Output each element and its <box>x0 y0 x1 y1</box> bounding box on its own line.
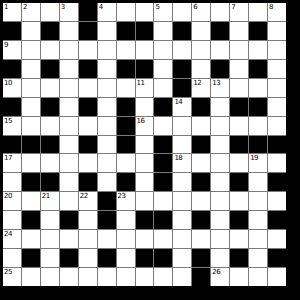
grid-cell[interactable]: 16 <box>136 117 154 135</box>
grid-cell[interactable] <box>136 3 154 21</box>
block-cell <box>154 98 172 116</box>
grid-cell[interactable] <box>230 117 248 135</box>
grid-cell[interactable] <box>211 154 229 172</box>
grid-cell[interactable] <box>268 192 286 210</box>
grid-cell[interactable] <box>211 3 229 21</box>
grid-cell[interactable]: 9 <box>3 41 21 59</box>
grid-cell[interactable] <box>60 98 78 116</box>
grid-cell[interactable] <box>98 22 116 40</box>
grid-cell[interactable] <box>173 173 191 191</box>
grid-cell[interactable] <box>60 173 78 191</box>
grid-cell[interactable] <box>173 3 191 21</box>
grid-cell[interactable] <box>60 22 78 40</box>
grid-cell[interactable]: 1 <box>3 3 21 21</box>
block-cell <box>154 154 172 172</box>
clue-number: 24 <box>4 230 12 238</box>
block-cell <box>41 60 59 78</box>
grid-cell[interactable] <box>117 154 135 172</box>
block-cell <box>117 136 135 154</box>
grid-cell[interactable] <box>3 211 21 229</box>
grid-cell[interactable] <box>117 3 135 21</box>
grid-cell[interactable] <box>117 41 135 59</box>
grid-cell[interactable] <box>230 192 248 210</box>
grid-cell[interactable] <box>98 268 116 286</box>
grid-cell[interactable] <box>22 98 40 116</box>
grid-cell[interactable] <box>192 117 210 135</box>
grid-cell[interactable] <box>136 268 154 286</box>
grid-cell[interactable] <box>173 136 191 154</box>
block-cell <box>192 268 210 286</box>
block-cell <box>22 211 40 229</box>
grid-cell[interactable]: 6 <box>192 3 210 21</box>
grid-cell[interactable] <box>211 173 229 191</box>
grid-cell[interactable] <box>173 117 191 135</box>
block-cell <box>117 98 135 116</box>
clue-number: 23 <box>118 192 126 200</box>
grid-cell[interactable] <box>60 136 78 154</box>
block-cell <box>3 98 21 116</box>
grid-cell[interactable] <box>60 117 78 135</box>
clue-number: 16 <box>137 117 145 125</box>
block-cell <box>79 98 97 116</box>
clue-number: 7 <box>231 3 235 11</box>
grid-cell[interactable] <box>117 268 135 286</box>
clue-number: 3 <box>61 3 65 11</box>
grid-cell[interactable] <box>268 60 286 78</box>
grid-cell[interactable] <box>249 79 267 97</box>
grid-cell[interactable]: 7 <box>230 3 248 21</box>
clue-number: 11 <box>137 79 145 87</box>
grid-cell[interactable] <box>268 268 286 286</box>
block-cell <box>41 173 59 191</box>
grid-cell[interactable]: 18 <box>173 154 191 172</box>
block-cell <box>79 3 97 21</box>
grid-cell[interactable] <box>249 268 267 286</box>
clue-number: 10 <box>4 79 12 87</box>
grid-cell[interactable] <box>192 192 210 210</box>
grid-cell[interactable] <box>154 268 172 286</box>
block-cell <box>79 60 97 78</box>
grid-cell[interactable] <box>79 79 97 97</box>
block-cell <box>173 79 191 97</box>
grid-cell[interactable] <box>79 117 97 135</box>
grid-cell[interactable] <box>98 98 116 116</box>
grid-cell[interactable] <box>230 22 248 40</box>
grid-cell[interactable] <box>98 136 116 154</box>
block-cell <box>249 98 267 116</box>
grid-cell[interactable] <box>22 192 40 210</box>
grid-cell[interactable]: 5 <box>154 3 172 21</box>
block-cell <box>192 98 210 116</box>
block-cell <box>60 211 78 229</box>
grid-cell[interactable]: 15 <box>3 117 21 135</box>
grid-cell[interactable] <box>98 154 116 172</box>
block-cell <box>136 211 154 229</box>
grid-cell[interactable] <box>22 41 40 59</box>
grid-cell[interactable] <box>136 154 154 172</box>
block-cell <box>117 60 135 78</box>
grid-cell[interactable]: 13 <box>211 79 229 97</box>
grid-cell[interactable] <box>249 192 267 210</box>
grid-cell[interactable] <box>136 173 154 191</box>
block-cell <box>154 136 172 154</box>
block-cell <box>3 136 21 154</box>
grid-cell[interactable] <box>98 117 116 135</box>
grid-cell[interactable] <box>41 41 59 59</box>
block-cell <box>3 60 21 78</box>
grid-cell[interactable] <box>136 192 154 210</box>
grid-cell[interactable] <box>268 154 286 172</box>
block-cell <box>211 60 229 78</box>
grid-cell[interactable] <box>41 268 59 286</box>
grid-cell[interactable] <box>249 3 267 21</box>
block-cell <box>249 136 267 154</box>
grid-cell[interactable] <box>249 173 267 191</box>
crossword-grid: 1234567891011121314151617181920212223242… <box>2 2 287 287</box>
clue-number: 1 <box>4 3 8 11</box>
grid-cell[interactable] <box>22 60 40 78</box>
grid-cell[interactable] <box>117 230 135 248</box>
grid-cell[interactable] <box>41 117 59 135</box>
grid-cell[interactable] <box>268 79 286 97</box>
grid-cell[interactable] <box>41 230 59 248</box>
grid-cell[interactable] <box>192 230 210 248</box>
block-cell <box>79 173 97 191</box>
grid-cell[interactable] <box>230 154 248 172</box>
grid-cell[interactable]: 22 <box>79 192 97 210</box>
grid-cell[interactable] <box>60 79 78 97</box>
block-cell <box>230 136 248 154</box>
grid-cell[interactable] <box>79 268 97 286</box>
grid-cell[interactable] <box>230 41 248 59</box>
clue-number: 20 <box>4 192 12 200</box>
block-cell <box>268 211 286 229</box>
block-cell <box>192 136 210 154</box>
grid-cell[interactable] <box>173 192 191 210</box>
grid-cell[interactable] <box>22 268 40 286</box>
grid-cell[interactable] <box>230 230 248 248</box>
grid-cell[interactable] <box>154 41 172 59</box>
grid-cell[interactable] <box>268 117 286 135</box>
grid-cell[interactable] <box>154 117 172 135</box>
block-cell <box>154 249 172 267</box>
block-cell <box>22 249 40 267</box>
grid-cell[interactable] <box>136 230 154 248</box>
clue-number: 8 <box>269 3 273 11</box>
block-cell <box>98 192 116 210</box>
grid-cell[interactable] <box>211 41 229 59</box>
grid-cell[interactable] <box>211 249 229 267</box>
clue-number: 25 <box>4 268 12 276</box>
grid-cell[interactable] <box>268 41 286 59</box>
block-cell <box>211 22 229 40</box>
clue-number: 4 <box>99 3 103 11</box>
grid-cell[interactable]: 19 <box>249 154 267 172</box>
block-cell <box>230 211 248 229</box>
grid-cell[interactable] <box>211 136 229 154</box>
grid-cell[interactable] <box>249 230 267 248</box>
grid-cell[interactable] <box>98 230 116 248</box>
grid-cell[interactable] <box>154 60 172 78</box>
grid-cell[interactable] <box>60 60 78 78</box>
block-cell <box>3 22 21 40</box>
block-cell <box>268 136 286 154</box>
clue-number: 12 <box>193 79 201 87</box>
grid-cell[interactable] <box>79 230 97 248</box>
grid-cell[interactable] <box>211 192 229 210</box>
grid-cell[interactable] <box>230 268 248 286</box>
grid-cell[interactable] <box>41 154 59 172</box>
grid-cell[interactable] <box>268 230 286 248</box>
clue-number: 18 <box>174 154 182 162</box>
grid-cell[interactable] <box>60 268 78 286</box>
grid-cell[interactable]: 26 <box>211 268 229 286</box>
clue-number: 15 <box>4 117 12 125</box>
clue-number: 21 <box>42 192 50 200</box>
grid-cell[interactable]: 20 <box>3 192 21 210</box>
grid-cell[interactable] <box>22 79 40 97</box>
block-cell <box>79 136 97 154</box>
block-cell <box>117 173 135 191</box>
grid-cell[interactable] <box>154 22 172 40</box>
grid-cell[interactable] <box>211 230 229 248</box>
grid-cell[interactable]: 24 <box>3 230 21 248</box>
grid-cell[interactable]: 8 <box>268 3 286 21</box>
grid-cell[interactable] <box>268 98 286 116</box>
grid-cell[interactable] <box>22 154 40 172</box>
grid-cell[interactable] <box>41 249 59 267</box>
grid-cell[interactable]: 3 <box>60 3 78 21</box>
grid-cell[interactable] <box>211 117 229 135</box>
block-cell <box>173 22 191 40</box>
grid-cell[interactable]: 11 <box>136 79 154 97</box>
crossword-image: 1234567891011121314151617181920212223242… <box>0 0 300 300</box>
block-cell <box>136 22 154 40</box>
clue-number: 9 <box>4 41 8 49</box>
grid-cell[interactable] <box>117 79 135 97</box>
block-cell <box>22 136 40 154</box>
clue-number: 26 <box>212 268 220 276</box>
grid-cell[interactable] <box>154 79 172 97</box>
grid-cell[interactable] <box>173 249 191 267</box>
grid-cell[interactable] <box>173 41 191 59</box>
grid-cell[interactable] <box>192 41 210 59</box>
grid-cell[interactable] <box>98 60 116 78</box>
grid-cell[interactable] <box>136 98 154 116</box>
grid-cell[interactable] <box>268 22 286 40</box>
grid-cell[interactable] <box>211 98 229 116</box>
grid-cell[interactable] <box>154 192 172 210</box>
grid-cell[interactable] <box>98 79 116 97</box>
grid-cell[interactable] <box>249 117 267 135</box>
block-cell <box>230 98 248 116</box>
grid-cell[interactable]: 23 <box>117 192 135 210</box>
grid-cell[interactable] <box>173 268 191 286</box>
block-cell <box>192 211 210 229</box>
grid-cell[interactable] <box>41 3 59 21</box>
grid-cell[interactable]: 2 <box>22 3 40 21</box>
grid-cell[interactable] <box>173 230 191 248</box>
clue-number: 2 <box>23 3 27 11</box>
clue-number: 5 <box>155 3 159 11</box>
grid-cell[interactable] <box>249 41 267 59</box>
grid-cell[interactable] <box>117 211 135 229</box>
block-cell <box>192 249 210 267</box>
clue-number: 13 <box>212 79 220 87</box>
block-cell <box>268 173 286 191</box>
block-cell <box>230 173 248 191</box>
block-cell <box>41 98 59 116</box>
grid-cell[interactable] <box>79 154 97 172</box>
clue-number: 22 <box>80 192 88 200</box>
block-cell <box>41 22 59 40</box>
block-cell <box>136 249 154 267</box>
grid-cell[interactable] <box>41 79 59 97</box>
grid-cell[interactable] <box>98 41 116 59</box>
grid-cell[interactable] <box>192 22 210 40</box>
clue-number: 19 <box>250 154 258 162</box>
block-cell <box>79 22 97 40</box>
block-cell <box>173 60 191 78</box>
grid-cell[interactable]: 25 <box>3 268 21 286</box>
grid-cell[interactable] <box>22 22 40 40</box>
grid-cell[interactable] <box>22 230 40 248</box>
block-cell <box>192 173 210 191</box>
block-cell <box>154 173 172 191</box>
block-cell <box>136 60 154 78</box>
grid-cell[interactable] <box>79 249 97 267</box>
block-cell <box>98 211 116 229</box>
clue-number: 6 <box>193 3 197 11</box>
grid-cell[interactable] <box>136 136 154 154</box>
grid-cell[interactable] <box>230 79 248 97</box>
grid-cell[interactable] <box>60 41 78 59</box>
grid-cell[interactable] <box>192 60 210 78</box>
grid-cell[interactable] <box>3 249 21 267</box>
grid-cell[interactable] <box>60 192 78 210</box>
clue-number: 17 <box>4 154 12 162</box>
block-cell <box>117 22 135 40</box>
grid-cell[interactable] <box>249 249 267 267</box>
block-cell <box>230 249 248 267</box>
grid-cell[interactable] <box>211 211 229 229</box>
grid-cell[interactable] <box>60 154 78 172</box>
grid-cell[interactable] <box>192 154 210 172</box>
grid-cell[interactable] <box>98 173 116 191</box>
block-cell <box>41 136 59 154</box>
grid-cell[interactable]: 14 <box>173 98 191 116</box>
grid-cell[interactable] <box>230 60 248 78</box>
grid-cell[interactable]: 17 <box>3 154 21 172</box>
grid-cell[interactable] <box>136 41 154 59</box>
block-cell <box>249 60 267 78</box>
grid-cell[interactable] <box>60 230 78 248</box>
grid-cell[interactable]: 10 <box>3 79 21 97</box>
grid-cell[interactable] <box>3 173 21 191</box>
grid-cell[interactable] <box>154 230 172 248</box>
grid-cell[interactable] <box>22 117 40 135</box>
block-cell <box>22 173 40 191</box>
grid-cell[interactable]: 4 <box>98 3 116 21</box>
grid-cell[interactable] <box>249 211 267 229</box>
block-cell <box>117 117 135 135</box>
grid-cell[interactable] <box>79 41 97 59</box>
block-cell <box>268 249 286 267</box>
block-cell <box>60 249 78 267</box>
grid-cell[interactable] <box>41 211 59 229</box>
grid-cell[interactable] <box>117 249 135 267</box>
grid-cell[interactable] <box>79 211 97 229</box>
grid-cell[interactable]: 21 <box>41 192 59 210</box>
grid-cell[interactable] <box>173 211 191 229</box>
block-cell <box>98 249 116 267</box>
block-cell <box>154 211 172 229</box>
clue-number: 14 <box>174 98 182 106</box>
block-cell <box>249 22 267 40</box>
grid-cell[interactable]: 12 <box>192 79 210 97</box>
